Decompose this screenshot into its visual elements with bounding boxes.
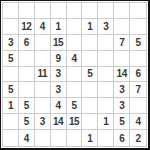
cell-r6c9[interactable]: 7 [130,82,146,98]
cell-r2c1[interactable] [3,19,19,35]
cell-r8c7[interactable]: 1 [98,114,114,130]
cell-r9c4[interactable] [51,130,67,146]
cell-r2c3[interactable]: 4 [35,19,51,35]
cell-r5c9[interactable]: 6 [130,67,146,83]
cell-r4c4[interactable]: 9 [51,51,67,67]
cell-r3c6[interactable] [82,35,98,51]
cell-r9c6[interactable]: 1 [82,130,98,146]
cell-r9c9[interactable]: 2 [130,130,146,146]
cell-r1c9[interactable] [130,3,146,19]
cell-r1c7[interactable] [98,3,114,19]
cell-r4c1[interactable]: 5 [3,51,19,67]
cell-r6c3[interactable] [35,82,51,98]
cell-r5c7[interactable] [98,67,114,83]
cell-r1c6[interactable] [82,3,98,19]
cell-r1c3[interactable] [35,3,51,19]
cell-r3c1[interactable]: 3 [3,35,19,51]
cell-r9c5[interactable] [67,130,83,146]
cell-r4c5[interactable]: 4 [67,51,83,67]
cell-r6c1[interactable]: 5 [3,82,19,98]
cell-r8c4[interactable]: 14 [51,114,67,130]
cell-r9c3[interactable] [35,130,51,146]
cell-r8c3[interactable]: 3 [35,114,51,130]
cell-r8c1[interactable] [3,114,19,130]
cell-r7c4[interactable]: 4 [51,98,67,114]
cell-r1c5[interactable] [67,3,83,19]
cell-r8c5[interactable]: 15 [67,114,83,130]
cell-r8c2[interactable]: 5 [19,114,35,130]
cell-r6c4[interactable]: 3 [51,82,67,98]
cell-r4c8[interactable] [114,51,130,67]
cell-r9c7[interactable] [98,130,114,146]
cell-r2c5[interactable] [67,19,83,35]
cell-r8c6[interactable] [82,114,98,130]
cell-r8c9[interactable]: 4 [130,114,146,130]
cell-r4c7[interactable] [98,51,114,67]
cell-r6c2[interactable] [19,82,35,98]
cell-r7c3[interactable] [35,98,51,114]
cell-r7c5[interactable]: 5 [67,98,83,114]
cell-r6c7[interactable] [98,82,114,98]
cell-r6c5[interactable] [67,82,83,98]
cell-r2c6[interactable]: 1 [82,19,98,35]
cell-r4c3[interactable] [35,51,51,67]
cell-r2c7[interactable]: 3 [98,19,114,35]
puzzle-board-frame: 1241133615755941135146533715453531415154… [0,0,150,150]
cell-r1c1[interactable] [3,3,19,19]
cell-r7c6[interactable] [82,98,98,114]
cell-r5c5[interactable] [67,67,83,83]
cell-r6c6[interactable] [82,82,98,98]
cell-r1c4[interactable] [51,3,67,19]
cell-r4c2[interactable] [19,51,35,67]
cell-r5c1[interactable] [3,67,19,83]
cell-r5c3[interactable]: 11 [35,67,51,83]
cell-r5c6[interactable]: 5 [82,67,98,83]
cell-r3c7[interactable] [98,35,114,51]
cell-r7c1[interactable]: 1 [3,98,19,114]
cell-r3c3[interactable] [35,35,51,51]
cell-r9c8[interactable]: 6 [114,130,130,146]
cell-r9c2[interactable]: 4 [19,130,35,146]
cell-r1c8[interactable] [114,3,130,19]
cell-r5c2[interactable] [19,67,35,83]
cell-r3c9[interactable]: 5 [130,35,146,51]
cell-r7c8[interactable]: 3 [114,98,130,114]
cell-r3c5[interactable] [67,35,83,51]
cell-r3c2[interactable]: 6 [19,35,35,51]
cell-r2c4[interactable]: 1 [51,19,67,35]
cell-r5c4[interactable]: 3 [51,67,67,83]
cell-r8c8[interactable]: 5 [114,114,130,130]
cell-r4c6[interactable] [82,51,98,67]
cell-r2c9[interactable] [130,19,146,35]
cell-r2c2[interactable]: 12 [19,19,35,35]
cell-r5c8[interactable]: 14 [114,67,130,83]
cell-r6c8[interactable]: 3 [114,82,130,98]
cell-r2c8[interactable] [114,19,130,35]
cell-r9c1[interactable] [3,130,19,146]
cell-r7c7[interactable] [98,98,114,114]
cell-r4c9[interactable] [130,51,146,67]
cell-r3c8[interactable]: 7 [114,35,130,51]
cell-r1c2[interactable] [19,3,35,19]
cell-r3c4[interactable]: 15 [51,35,67,51]
puzzle-grid: 1241133615755941135146533715453531415154… [2,2,147,147]
cell-r7c9[interactable] [130,98,146,114]
cell-r7c2[interactable]: 5 [19,98,35,114]
